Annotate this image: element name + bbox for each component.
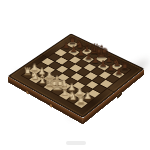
piece-black-pawn: ♟ (107, 64, 115, 73)
clasp-latch-icon (117, 91, 122, 99)
chess-board: ♜♟♟♜♞♟♟♞♝♟♟♝♛♟♟♛♚♟♟♚♝♟♟♝♞♟♟♞♜♟♟♜ (8, 33, 145, 118)
hinge-icon (26, 90, 28, 94)
piece-black-pawn: ♟ (77, 49, 85, 58)
square: ♟ (112, 71, 124, 79)
square (106, 75, 118, 83)
piece-white-rook: ♜ (76, 95, 85, 106)
wooden-chess-set: ♜♟♟♜♞♟♟♞♝♟♟♝♛♟♟♛♚♟♟♚♝♟♟♝♞♟♟♞♜♟♟♜ (8, 33, 145, 118)
watermark (66, 141, 86, 145)
hinge-icon (50, 104, 52, 108)
square: ♜ (74, 100, 87, 108)
product-photo: ♜♟♟♜♞♟♟♞♝♟♟♝♛♟♟♛♚♟♟♚♝♟♟♝♞♟♟♞♜♟♟♜ (0, 0, 150, 150)
piece-black-pawn: ♟ (114, 67, 122, 76)
